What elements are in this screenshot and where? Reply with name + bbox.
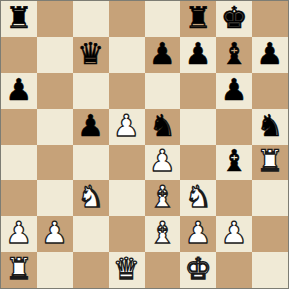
square-d4[interactable] <box>109 145 145 181</box>
square-c6[interactable] <box>73 73 109 109</box>
square-a5[interactable] <box>1 109 37 145</box>
square-d6[interactable] <box>109 73 145 109</box>
square-e3[interactable]: ♝ <box>145 180 181 216</box>
square-e8[interactable] <box>145 1 181 37</box>
square-f6[interactable] <box>180 73 216 109</box>
square-b6[interactable] <box>37 73 73 109</box>
square-f8[interactable]: ♜ <box>180 1 216 37</box>
square-c3[interactable]: ♞ <box>73 180 109 216</box>
square-b3[interactable] <box>37 180 73 216</box>
square-a1[interactable]: ♜ <box>1 252 37 288</box>
square-h6[interactable] <box>252 73 288 109</box>
square-h2[interactable] <box>252 216 288 252</box>
square-e6[interactable] <box>145 73 181 109</box>
square-d5[interactable]: ♟ <box>109 109 145 145</box>
white-knight: ♞ <box>77 182 104 212</box>
square-b2[interactable]: ♟ <box>37 216 73 252</box>
square-b4[interactable] <box>37 145 73 181</box>
square-b1[interactable] <box>37 252 73 288</box>
black-pawn: ♟ <box>149 39 176 69</box>
square-b5[interactable] <box>37 109 73 145</box>
black-pawn: ♟ <box>221 75 248 105</box>
black-king: ♚ <box>221 3 248 33</box>
square-c8[interactable] <box>73 1 109 37</box>
black-pawn: ♟ <box>5 75 32 105</box>
square-d3[interactable] <box>109 180 145 216</box>
square-d8[interactable] <box>109 1 145 37</box>
square-f5[interactable] <box>180 109 216 145</box>
square-e7[interactable]: ♟ <box>145 37 181 73</box>
white-pawn: ♟ <box>41 218 68 248</box>
square-e1[interactable] <box>145 252 181 288</box>
black-pawn: ♟ <box>77 111 104 141</box>
square-g2[interactable]: ♟ <box>216 216 252 252</box>
chess-board: ♜♜♚♛♟♟♝♟♟♟♟♟♞♞♟♝♜♞♝♞♟♟♝♟♟♜♛♚ <box>0 0 289 289</box>
square-c4[interactable] <box>73 145 109 181</box>
square-h1[interactable] <box>252 252 288 288</box>
square-c7[interactable]: ♛ <box>73 37 109 73</box>
square-b7[interactable] <box>37 37 73 73</box>
white-bishop: ♝ <box>149 218 176 248</box>
square-d1[interactable]: ♛ <box>109 252 145 288</box>
square-a6[interactable]: ♟ <box>1 73 37 109</box>
white-rook: ♜ <box>5 254 32 284</box>
square-g5[interactable] <box>216 109 252 145</box>
black-pawn: ♟ <box>185 39 212 69</box>
white-rook: ♜ <box>257 146 284 176</box>
black-bishop: ♝ <box>221 146 248 176</box>
square-g3[interactable] <box>216 180 252 216</box>
square-h8[interactable] <box>252 1 288 37</box>
white-king: ♚ <box>185 254 212 284</box>
black-knight: ♞ <box>257 111 284 141</box>
square-g8[interactable]: ♚ <box>216 1 252 37</box>
square-e2[interactable]: ♝ <box>145 216 181 252</box>
square-h5[interactable]: ♞ <box>252 109 288 145</box>
square-d2[interactable] <box>109 216 145 252</box>
square-g7[interactable]: ♝ <box>216 37 252 73</box>
white-pawn: ♟ <box>5 218 32 248</box>
square-c5[interactable]: ♟ <box>73 109 109 145</box>
white-queen: ♛ <box>113 254 140 284</box>
square-g1[interactable] <box>216 252 252 288</box>
white-pawn: ♟ <box>185 218 212 248</box>
black-bishop: ♝ <box>221 39 248 69</box>
square-h3[interactable] <box>252 180 288 216</box>
square-a2[interactable]: ♟ <box>1 216 37 252</box>
square-a3[interactable] <box>1 180 37 216</box>
square-f3[interactable]: ♞ <box>180 180 216 216</box>
white-pawn: ♟ <box>149 146 176 176</box>
square-c2[interactable] <box>73 216 109 252</box>
square-g6[interactable]: ♟ <box>216 73 252 109</box>
square-e5[interactable]: ♞ <box>145 109 181 145</box>
square-d7[interactable] <box>109 37 145 73</box>
white-knight: ♞ <box>185 182 212 212</box>
square-f7[interactable]: ♟ <box>180 37 216 73</box>
square-a7[interactable] <box>1 37 37 73</box>
black-pawn: ♟ <box>257 39 284 69</box>
black-queen: ♛ <box>77 39 104 69</box>
square-f4[interactable] <box>180 145 216 181</box>
square-h4[interactable]: ♜ <box>252 145 288 181</box>
white-pawn: ♟ <box>113 111 140 141</box>
square-g4[interactable]: ♝ <box>216 145 252 181</box>
square-a4[interactable] <box>1 145 37 181</box>
black-knight: ♞ <box>149 111 176 141</box>
square-h7[interactable]: ♟ <box>252 37 288 73</box>
square-f1[interactable]: ♚ <box>180 252 216 288</box>
white-pawn: ♟ <box>221 218 248 248</box>
white-bishop: ♝ <box>149 182 176 212</box>
black-rook: ♜ <box>5 3 32 33</box>
square-c1[interactable] <box>73 252 109 288</box>
square-b8[interactable] <box>37 1 73 37</box>
square-a8[interactable]: ♜ <box>1 1 37 37</box>
square-f2[interactable]: ♟ <box>180 216 216 252</box>
black-rook: ♜ <box>185 3 212 33</box>
square-e4[interactable]: ♟ <box>145 145 181 181</box>
